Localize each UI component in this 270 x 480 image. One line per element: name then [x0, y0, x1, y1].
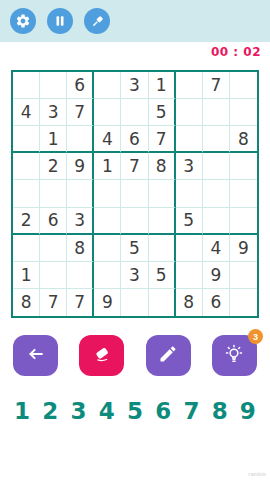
sudoku-cell-r2c5[interactable] — [121, 99, 148, 126]
sudoku-cell-r2c6[interactable]: 5 — [149, 99, 176, 126]
sudoku-cell-r9c3[interactable]: 7 — [67, 289, 94, 316]
sudoku-cell-r3c7[interactable] — [176, 126, 203, 153]
watermark: ramble — [248, 471, 266, 477]
number-pad: 123456789 — [0, 398, 270, 424]
sudoku-cell-r3c5[interactable]: 6 — [121, 126, 148, 153]
eraser-button[interactable] — [79, 335, 124, 376]
sudoku-cell-r1c4[interactable] — [94, 72, 121, 99]
sudoku-cell-r4c3[interactable]: 9 — [67, 153, 94, 180]
sudoku-board: 6317437514678291783263585491359877986 — [11, 70, 259, 318]
sudoku-cell-r4c2[interactable]: 2 — [40, 153, 67, 180]
sudoku-cell-r5c3[interactable] — [67, 180, 94, 207]
pause-button[interactable] — [47, 8, 73, 34]
sudoku-cell-r6c6[interactable] — [149, 208, 176, 235]
sudoku-cell-r2c8[interactable] — [203, 99, 230, 126]
sudoku-cell-r8c9[interactable] — [230, 262, 257, 289]
toolbar: 3 — [0, 335, 270, 376]
sudoku-cell-r5c7[interactable] — [176, 180, 203, 207]
sudoku-cell-r3c4[interactable]: 4 — [94, 126, 121, 153]
sudoku-cell-r8c2[interactable] — [40, 262, 67, 289]
sudoku-cell-r6c2[interactable]: 6 — [40, 208, 67, 235]
sudoku-cell-r1c9[interactable] — [230, 72, 257, 99]
sudoku-cell-r6c8[interactable] — [203, 208, 230, 235]
sudoku-cell-r1c1[interactable] — [13, 72, 40, 99]
sudoku-cell-r2c9[interactable] — [230, 99, 257, 126]
sudoku-cell-r8c4[interactable] — [94, 262, 121, 289]
sudoku-cell-r6c9[interactable] — [230, 208, 257, 235]
hint-button[interactable]: 3 — [212, 335, 257, 376]
sudoku-cell-r1c6[interactable]: 1 — [149, 72, 176, 99]
sudoku-cell-r4c7[interactable]: 3 — [176, 153, 203, 180]
arrow-left-icon — [25, 343, 47, 368]
sudoku-cell-r8c8[interactable]: 9 — [203, 262, 230, 289]
sudoku-cell-r7c8[interactable]: 4 — [203, 235, 230, 262]
sudoku-cell-r2c4[interactable] — [94, 99, 121, 126]
sudoku-cell-r4c8[interactable] — [203, 153, 230, 180]
numpad-8[interactable]: 8 — [212, 398, 228, 424]
sudoku-cell-r9c6[interactable] — [149, 289, 176, 316]
sudoku-cell-r6c4[interactable] — [94, 208, 121, 235]
pencil-icon — [158, 344, 178, 367]
brush-icon — [90, 14, 105, 29]
sudoku-cell-r6c5[interactable] — [121, 208, 148, 235]
sudoku-cell-r3c1[interactable] — [13, 126, 40, 153]
sudoku-cell-r1c2[interactable] — [40, 72, 67, 99]
sudoku-cell-r9c7[interactable]: 8 — [176, 289, 203, 316]
sudoku-cell-r1c8[interactable]: 7 — [203, 72, 230, 99]
sudoku-cell-r7c7[interactable] — [176, 235, 203, 262]
sudoku-cell-r8c7[interactable] — [176, 262, 203, 289]
numpad-6[interactable]: 6 — [155, 398, 171, 424]
sudoku-cell-r9c8[interactable]: 6 — [203, 289, 230, 316]
sudoku-cell-r7c4[interactable] — [94, 235, 121, 262]
theme-brush-button[interactable] — [84, 8, 110, 34]
sudoku-cell-r1c7[interactable] — [176, 72, 203, 99]
gear-icon — [15, 13, 31, 29]
hint-count-badge: 3 — [248, 329, 263, 344]
sudoku-cell-r4c4[interactable]: 1 — [94, 153, 121, 180]
settings-button[interactable] — [10, 8, 36, 34]
top-bar — [0, 0, 270, 42]
sudoku-cell-r2c1[interactable]: 4 — [13, 99, 40, 126]
sudoku-cell-r9c4[interactable]: 9 — [94, 289, 121, 316]
sudoku-cell-r9c5[interactable] — [121, 289, 148, 316]
numpad-2[interactable]: 2 — [42, 398, 58, 424]
sudoku-cell-r6c3[interactable]: 3 — [67, 208, 94, 235]
sudoku-cell-r7c1[interactable] — [13, 235, 40, 262]
sudoku-cell-r4c6[interactable]: 8 — [149, 153, 176, 180]
sudoku-cell-r5c2[interactable] — [40, 180, 67, 207]
sudoku-cell-r5c9[interactable] — [230, 180, 257, 207]
sudoku-cell-r5c5[interactable] — [121, 180, 148, 207]
numpad-7[interactable]: 7 — [183, 398, 199, 424]
sudoku-cell-r2c3[interactable]: 7 — [67, 99, 94, 126]
sudoku-cell-r3c9[interactable]: 8 — [230, 126, 257, 153]
sudoku-cell-r5c1[interactable] — [13, 180, 40, 207]
sudoku-cell-r5c4[interactable] — [94, 180, 121, 207]
numpad-9[interactable]: 9 — [240, 398, 256, 424]
sudoku-cell-r5c6[interactable] — [149, 180, 176, 207]
sudoku-cell-r3c3[interactable] — [67, 126, 94, 153]
timer: 00 : 02 — [211, 45, 261, 59]
undo-button[interactable] — [13, 335, 58, 376]
sudoku-cell-r1c5[interactable]: 3 — [121, 72, 148, 99]
sudoku-cell-r8c6[interactable]: 5 — [149, 262, 176, 289]
sudoku-cell-r8c1[interactable]: 1 — [13, 262, 40, 289]
sudoku-cell-r9c1[interactable]: 8 — [13, 289, 40, 316]
sudoku-cell-r8c3[interactable] — [67, 262, 94, 289]
timer-row: 00 : 02 — [0, 42, 270, 62]
sudoku-cell-r3c6[interactable]: 7 — [149, 126, 176, 153]
sudoku-cell-r7c2[interactable] — [40, 235, 67, 262]
eraser-icon — [91, 343, 113, 368]
sudoku-cell-r6c7[interactable]: 5 — [176, 208, 203, 235]
sudoku-cell-r8c5[interactable]: 3 — [121, 262, 148, 289]
sudoku-cell-r2c2[interactable]: 3 — [40, 99, 67, 126]
sudoku-cell-r1c3[interactable]: 6 — [67, 72, 94, 99]
sudoku-cell-r4c5[interactable]: 7 — [121, 153, 148, 180]
numpad-5[interactable]: 5 — [127, 398, 143, 424]
numpad-1[interactable]: 1 — [14, 398, 30, 424]
numpad-4[interactable]: 4 — [99, 398, 115, 424]
sudoku-cell-r7c9[interactable]: 9 — [230, 235, 257, 262]
sudoku-cell-r9c9[interactable] — [230, 289, 257, 316]
sudoku-cell-r4c9[interactable] — [230, 153, 257, 180]
lightbulb-icon — [223, 343, 245, 368]
sudoku-cell-r4c1[interactable] — [13, 153, 40, 180]
sudoku-cell-r7c5[interactable]: 5 — [121, 235, 148, 262]
sudoku-cell-r6c1[interactable]: 2 — [13, 208, 40, 235]
sudoku-cell-r2c7[interactable] — [176, 99, 203, 126]
sudoku-cell-r5c8[interactable] — [203, 180, 230, 207]
numpad-3[interactable]: 3 — [71, 398, 87, 424]
sudoku-cell-r9c2[interactable]: 7 — [40, 289, 67, 316]
sudoku-cell-r3c2[interactable]: 1 — [40, 126, 67, 153]
sudoku-cell-r7c6[interactable] — [149, 235, 176, 262]
sudoku-cell-r3c8[interactable] — [203, 126, 230, 153]
sudoku-cell-r7c3[interactable]: 8 — [67, 235, 94, 262]
notes-pencil-button[interactable] — [146, 335, 191, 376]
pause-icon — [53, 14, 67, 28]
